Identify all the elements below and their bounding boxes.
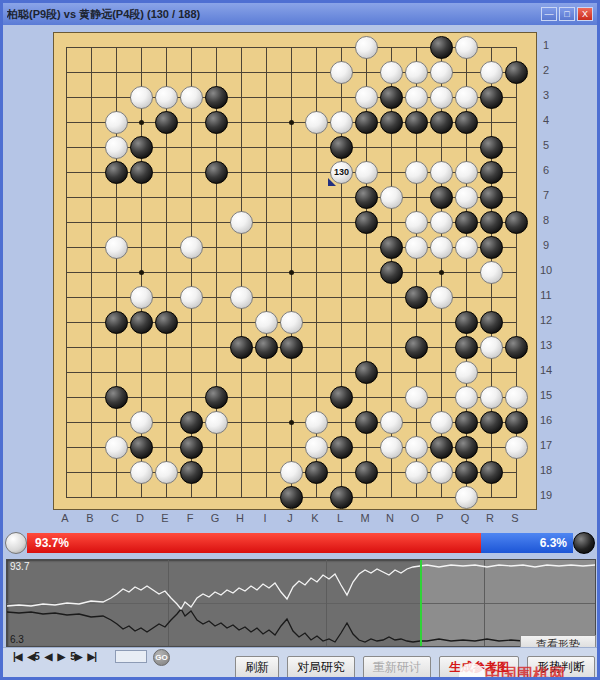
stone-black: [505, 211, 528, 234]
col-label: B: [80, 512, 100, 524]
black-winrate-segment: 6.3%: [481, 533, 573, 553]
white-winrate-line: [7, 565, 595, 609]
stone-black: [130, 436, 153, 459]
stone-black: [455, 336, 478, 359]
black-winrate-line: [7, 609, 595, 642]
stone-black: [455, 111, 478, 134]
stone-white: [105, 136, 128, 159]
stone-white: [480, 336, 503, 359]
app-window: 柏聪(P9段) vs 黄静远(P4段) (130 / 188) — □ X 13…: [0, 0, 600, 680]
stone-white: [305, 436, 328, 459]
go-button[interactable]: GO: [153, 649, 170, 666]
stone-white: [455, 161, 478, 184]
row-label: 8: [536, 214, 556, 226]
stone-black: [205, 161, 228, 184]
col-label: P: [430, 512, 450, 524]
stone-black: [180, 461, 203, 484]
stone-white: [430, 161, 453, 184]
stone-black: [505, 411, 528, 434]
stone-white: [405, 161, 428, 184]
stone-black: [105, 161, 128, 184]
stone-black: [255, 336, 278, 359]
white-winrate-value: 93.7%: [35, 536, 69, 550]
col-label: E: [155, 512, 175, 524]
row-label: 7: [536, 189, 556, 201]
stone-black: [405, 111, 428, 134]
col-label: H: [230, 512, 250, 524]
stone-black: [280, 336, 303, 359]
back-5-button[interactable]: ◀5: [28, 651, 39, 662]
position-judge-button[interactable]: 形势判断: [527, 656, 595, 679]
star-point: [289, 420, 294, 425]
stone-black: [355, 361, 378, 384]
stone-white: [455, 186, 478, 209]
stone-black: [455, 311, 478, 334]
back-1-button[interactable]: ◀: [45, 651, 52, 662]
stone-white: [130, 411, 153, 434]
stone-black: [480, 86, 503, 109]
stone-black: [480, 461, 503, 484]
main-content: 130 ABCDEFGHIJKLMNOPQRS 1234567891011121…: [3, 25, 597, 677]
star-point: [139, 270, 144, 275]
stone-white: [130, 86, 153, 109]
stone-white: [455, 236, 478, 259]
stone-white: [230, 286, 253, 309]
stone-white: [505, 436, 528, 459]
star-point: [139, 120, 144, 125]
title-bar: 柏聪(P9段) vs 黄静远(P4段) (130 / 188) — □ X: [3, 3, 597, 25]
stone-black: [430, 111, 453, 134]
stone-white: [105, 236, 128, 259]
stone-black: [430, 436, 453, 459]
stone-white: [305, 411, 328, 434]
white-winrate-segment: 93.7%: [27, 533, 481, 553]
minimize-button[interactable]: —: [541, 7, 557, 21]
stone-white: [330, 111, 353, 134]
col-label: I: [255, 512, 275, 524]
refresh-button[interactable]: 刷新: [235, 656, 279, 679]
stone-black: [280, 486, 303, 509]
stone-black: [130, 136, 153, 159]
row-label: 1: [536, 39, 556, 51]
col-label: K: [305, 512, 325, 524]
action-buttons: 刷新 对局研究 重新研讨 生成参考图 形势判断 关闭: [235, 656, 600, 679]
row-label: 4: [536, 114, 556, 126]
stone-white: [455, 86, 478, 109]
col-label: Q: [455, 512, 475, 524]
row-label: 9: [536, 239, 556, 251]
stone-white: [155, 461, 178, 484]
star-point: [289, 270, 294, 275]
stone-white: [405, 461, 428, 484]
col-label: M: [355, 512, 375, 524]
stone-black: [330, 386, 353, 409]
stone-white: [430, 411, 453, 434]
stone-white: [380, 411, 403, 434]
stone-black: [330, 436, 353, 459]
row-label: 16: [536, 414, 556, 426]
stone-black: [155, 311, 178, 334]
col-label: J: [280, 512, 300, 524]
stone-white: [405, 236, 428, 259]
stone-black: [130, 161, 153, 184]
stone-white: [180, 86, 203, 109]
stone-black: [330, 486, 353, 509]
stone-black: [155, 111, 178, 134]
col-label: L: [330, 512, 350, 524]
graph-max-label: 93.7: [10, 561, 29, 572]
stone-white: [380, 186, 403, 209]
stone-black: [405, 336, 428, 359]
stone-white: [505, 386, 528, 409]
current-move-triangle-icon: [328, 178, 336, 186]
stone-black: [480, 311, 503, 334]
stone-white: [430, 236, 453, 259]
stone-white: [155, 86, 178, 109]
stone-white: [430, 461, 453, 484]
stone-black: [355, 111, 378, 134]
row-label: 18: [536, 464, 556, 476]
stone-black: [430, 36, 453, 59]
stone-white: [430, 61, 453, 84]
winrate-curves: [7, 560, 595, 646]
col-label: N: [380, 512, 400, 524]
stone-white: [280, 461, 303, 484]
stone-black: [480, 236, 503, 259]
stone-white: [180, 236, 203, 259]
stone-white: [255, 311, 278, 334]
playback-controls: |◀ ◀5 ◀ ▶ 5▶ ▶|: [13, 651, 96, 662]
stone-white: [280, 311, 303, 334]
stone-white: [130, 461, 153, 484]
stone-white: [430, 86, 453, 109]
stone-black: [130, 311, 153, 334]
grid-line: [66, 372, 517, 373]
col-label: A: [55, 512, 75, 524]
stone-white: [180, 286, 203, 309]
last-move-number: 130: [334, 168, 349, 177]
maximize-button[interactable]: □: [559, 7, 575, 21]
move-number-input[interactable]: [115, 650, 147, 663]
stone-black: [105, 311, 128, 334]
col-label: F: [180, 512, 200, 524]
stone-black: [305, 461, 328, 484]
row-label: 14: [536, 364, 556, 376]
stone-black: [455, 436, 478, 459]
stone-white: [330, 61, 353, 84]
stone-black: [380, 261, 403, 284]
col-label: S: [505, 512, 525, 524]
stone-white: [380, 436, 403, 459]
stone-black: [355, 411, 378, 434]
stone-white: [355, 86, 378, 109]
row-label: 12: [536, 314, 556, 326]
stone-black: [505, 336, 528, 359]
row-label: 17: [536, 439, 556, 451]
black-stone-icon: [573, 532, 595, 554]
stone-white: [455, 486, 478, 509]
stone-black: [330, 136, 353, 159]
stone-white: 130: [330, 161, 353, 184]
stone-white: [455, 361, 478, 384]
stone-white: [230, 211, 253, 234]
white-stone-icon: [5, 532, 27, 554]
stone-black: [105, 386, 128, 409]
stone-black: [205, 86, 228, 109]
forward-1-button[interactable]: ▶: [57, 651, 64, 662]
winrate-bar: 93.7% 6.3%: [5, 531, 595, 555]
generate-reference-button[interactable]: 生成参考图: [439, 656, 519, 679]
stone-white: [105, 436, 128, 459]
graph-min-label: 6.3: [10, 634, 24, 645]
black-winrate-value: 6.3%: [540, 536, 567, 550]
go-board[interactable]: 130: [53, 32, 537, 510]
row-label: 19: [536, 489, 556, 501]
row-label: 15: [536, 389, 556, 401]
stone-white: [205, 411, 228, 434]
stone-white: [355, 36, 378, 59]
stone-black: [180, 436, 203, 459]
current-move-line[interactable]: [420, 560, 422, 646]
stone-black: [480, 411, 503, 434]
stone-black: [405, 286, 428, 309]
stone-white: [455, 386, 478, 409]
stone-black: [230, 336, 253, 359]
forward-5-button[interactable]: 5▶: [70, 651, 81, 662]
first-move-button[interactable]: |◀: [13, 651, 22, 662]
stone-white: [480, 261, 503, 284]
row-label: 5: [536, 139, 556, 151]
re-discuss-button[interactable]: 重新研讨: [363, 656, 431, 679]
stone-white: [480, 61, 503, 84]
stone-white: [405, 86, 428, 109]
stone-white: [430, 211, 453, 234]
stone-white: [455, 36, 478, 59]
row-label: 13: [536, 339, 556, 351]
col-label: G: [205, 512, 225, 524]
stone-black: [380, 86, 403, 109]
stone-black: [455, 211, 478, 234]
stone-black: [480, 136, 503, 159]
row-label: 10: [536, 264, 556, 276]
stone-white: [405, 211, 428, 234]
stone-black: [380, 236, 403, 259]
stone-white: [405, 436, 428, 459]
col-label: O: [405, 512, 425, 524]
stone-black: [455, 411, 478, 434]
col-label: D: [130, 512, 150, 524]
star-point: [289, 120, 294, 125]
stone-black: [380, 111, 403, 134]
stone-white: [305, 111, 328, 134]
winrate-graph[interactable]: 93.7 6.3: [6, 559, 596, 647]
stone-black: [205, 386, 228, 409]
row-label: 11: [536, 289, 556, 301]
stone-white: [355, 161, 378, 184]
stone-black: [480, 211, 503, 234]
col-label: C: [105, 512, 125, 524]
stone-black: [480, 186, 503, 209]
stone-white: [130, 286, 153, 309]
stone-black: [180, 411, 203, 434]
row-label: 2: [536, 64, 556, 76]
stone-white: [105, 111, 128, 134]
stone-black: [480, 161, 503, 184]
stone-black: [355, 461, 378, 484]
stone-white: [430, 286, 453, 309]
row-label: 6: [536, 164, 556, 176]
stone-white: [480, 386, 503, 409]
grid-line: [66, 397, 517, 398]
window-title: 柏聪(P9段) vs 黄静远(P4段) (130 / 188): [7, 7, 539, 22]
game-research-button[interactable]: 对局研究: [287, 656, 355, 679]
stone-white: [405, 61, 428, 84]
stone-white: [380, 61, 403, 84]
stone-black: [455, 461, 478, 484]
stone-black: [205, 111, 228, 134]
stone-black: [355, 186, 378, 209]
last-move-button[interactable]: ▶|: [87, 651, 96, 662]
stone-black: [505, 61, 528, 84]
stone-white: [405, 386, 428, 409]
star-point: [439, 270, 444, 275]
stone-black: [355, 211, 378, 234]
stone-black: [430, 186, 453, 209]
close-button[interactable]: X: [577, 7, 593, 21]
row-label: 3: [536, 89, 556, 101]
bottom-strip: |◀ ◀5 ◀ ▶ 5▶ ▶| GO 刷新 对局研究 重新研讨 生成参考图 形势…: [3, 647, 597, 680]
col-label: R: [480, 512, 500, 524]
